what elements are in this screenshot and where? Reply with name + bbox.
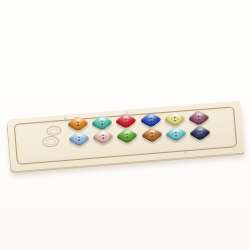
button-sample-card xyxy=(7,101,244,172)
photo-background xyxy=(0,0,250,250)
